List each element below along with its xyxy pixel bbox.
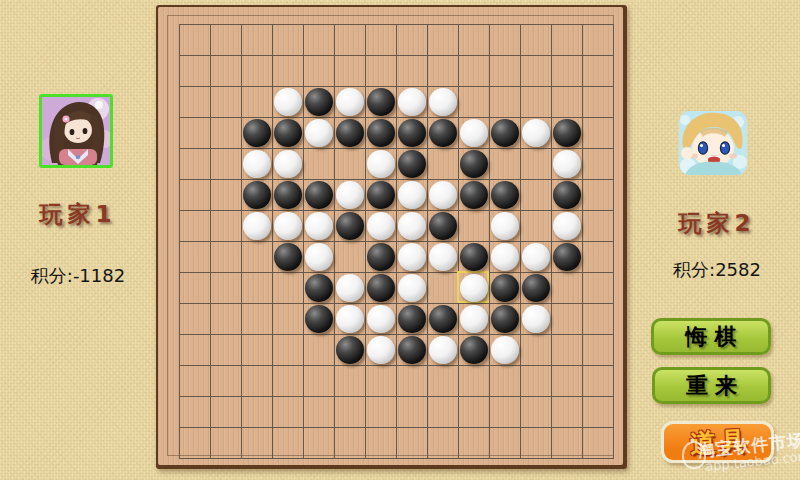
player1-avatar	[39, 94, 113, 168]
black-stone	[367, 243, 395, 271]
white-stone	[553, 150, 581, 178]
black-stone	[398, 305, 426, 333]
taobao-mascot-icon	[682, 441, 706, 469]
white-stone	[491, 336, 519, 364]
player2-score: 积分:2582	[637, 258, 797, 282]
player2-score-label: 积分:	[673, 259, 715, 280]
black-stone	[460, 150, 488, 178]
white-stone	[336, 88, 364, 116]
black-stone	[491, 181, 519, 209]
anime-boy-avatar-image	[679, 111, 747, 175]
black-stone	[367, 181, 395, 209]
white-stone	[305, 243, 333, 271]
black-stone	[553, 181, 581, 209]
white-stone	[429, 243, 457, 271]
player2-avatar	[679, 111, 747, 175]
undo-button[interactable]: 悔棋	[651, 318, 771, 355]
black-stone	[243, 181, 271, 209]
board-grid[interactable]	[179, 24, 614, 459]
restart-button-label: 重来	[686, 371, 744, 401]
black-stone	[336, 336, 364, 364]
black-stone	[398, 336, 426, 364]
black-stone	[305, 181, 333, 209]
black-stone	[429, 119, 457, 147]
white-stone	[460, 274, 488, 302]
black-stone	[398, 150, 426, 178]
white-stone	[398, 274, 426, 302]
black-stone	[367, 119, 395, 147]
black-stone	[305, 274, 333, 302]
white-stone	[491, 243, 519, 271]
black-stone	[553, 243, 581, 271]
white-stone	[553, 212, 581, 240]
white-stone	[243, 212, 271, 240]
black-stone	[398, 119, 426, 147]
black-stone	[460, 336, 488, 364]
black-stone	[367, 274, 395, 302]
white-stone	[460, 119, 488, 147]
black-stone	[336, 119, 364, 147]
black-stone	[491, 274, 519, 302]
white-stone	[274, 212, 302, 240]
black-stone	[336, 212, 364, 240]
black-stone	[367, 88, 395, 116]
white-stone	[336, 274, 364, 302]
white-stone	[429, 181, 457, 209]
props-button[interactable]: 道具	[661, 421, 774, 463]
black-stone	[305, 305, 333, 333]
black-stone	[491, 305, 519, 333]
player1-name: 玩家1	[0, 199, 158, 230]
board-wood-surface	[158, 7, 623, 465]
white-stone	[336, 305, 364, 333]
player1-score-label: 积分:	[31, 265, 73, 286]
white-stone	[398, 212, 426, 240]
black-stone	[274, 181, 302, 209]
white-stone	[305, 119, 333, 147]
undo-button-label: 悔棋	[686, 322, 744, 352]
black-stone	[305, 88, 333, 116]
black-stone	[491, 119, 519, 147]
white-stone	[398, 88, 426, 116]
white-stone	[491, 212, 519, 240]
white-stone	[522, 243, 550, 271]
white-stone	[305, 212, 333, 240]
white-stone	[398, 181, 426, 209]
white-stone	[429, 88, 457, 116]
white-stone	[429, 336, 457, 364]
black-stone	[429, 305, 457, 333]
white-stone	[336, 181, 364, 209]
black-stone	[429, 212, 457, 240]
white-stone	[367, 150, 395, 178]
white-stone	[274, 88, 302, 116]
player2-name: 玩家2	[637, 208, 797, 239]
black-stone	[274, 243, 302, 271]
player2-score-value: 2582	[715, 259, 761, 280]
game-screen: 玩家1 积分:-1182 玩家2	[0, 0, 800, 480]
player1-score-value: -1182	[73, 265, 125, 286]
black-stone	[460, 243, 488, 271]
white-stone	[367, 212, 395, 240]
black-stone	[243, 119, 271, 147]
white-stone	[243, 150, 271, 178]
white-stone	[274, 150, 302, 178]
white-stone	[460, 305, 488, 333]
black-stone	[522, 274, 550, 302]
gomoku-board	[156, 5, 627, 469]
white-stone	[522, 119, 550, 147]
white-stone	[367, 336, 395, 364]
black-stone	[460, 181, 488, 209]
white-stone	[367, 305, 395, 333]
black-stone	[553, 119, 581, 147]
player1-score: 积分:-1182	[0, 264, 158, 288]
white-stone	[522, 305, 550, 333]
white-stone	[398, 243, 426, 271]
anime-girl-avatar-image	[42, 97, 110, 165]
restart-button[interactable]: 重来	[652, 367, 771, 404]
black-stone	[274, 119, 302, 147]
